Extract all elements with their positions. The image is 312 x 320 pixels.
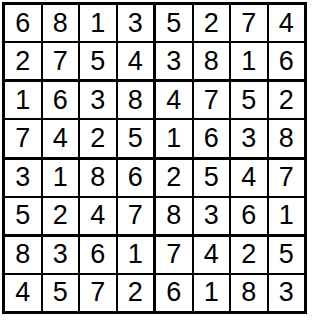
- cell-r4c3[interactable]: 2: [80, 120, 116, 156]
- cell-r2c3[interactable]: 5: [80, 43, 116, 79]
- cell-r7c3[interactable]: 6: [80, 237, 116, 273]
- cell-r1c2[interactable]: 8: [43, 5, 79, 41]
- box-r1c1: 68132754: [5, 5, 153, 79]
- cell-r6c1[interactable]: 5: [5, 198, 41, 234]
- page: 6813275452743816163874254752163831865247…: [0, 0, 312, 320]
- cell-r4c8[interactable]: 8: [269, 120, 305, 156]
- box-r3c2: 25478361: [156, 160, 304, 234]
- cell-r6c5[interactable]: 8: [156, 198, 192, 234]
- cell-r5c8[interactable]: 7: [269, 160, 305, 196]
- cell-r3c6[interactable]: 7: [194, 82, 230, 118]
- cell-r6c4[interactable]: 7: [118, 198, 154, 234]
- cell-r3c4[interactable]: 8: [118, 82, 154, 118]
- cell-r6c6[interactable]: 3: [194, 198, 230, 234]
- cell-r4c7[interactable]: 3: [231, 120, 267, 156]
- cell-r6c2[interactable]: 2: [43, 198, 79, 234]
- box-r2c1: 16387425: [5, 82, 153, 156]
- cell-r8c4[interactable]: 2: [118, 275, 154, 311]
- cell-r7c2[interactable]: 3: [43, 237, 79, 273]
- cell-r6c8[interactable]: 1: [269, 198, 305, 234]
- box-r4c2: 74256183: [156, 237, 304, 311]
- cell-r7c8[interactable]: 5: [269, 237, 305, 273]
- cell-r7c6[interactable]: 4: [194, 237, 230, 273]
- cell-r3c7[interactable]: 5: [231, 82, 267, 118]
- cell-r4c2[interactable]: 4: [43, 120, 79, 156]
- cell-r2c1[interactable]: 2: [5, 43, 41, 79]
- cell-r1c4[interactable]: 3: [118, 5, 154, 41]
- cell-r4c6[interactable]: 6: [194, 120, 230, 156]
- cell-r5c4[interactable]: 6: [118, 160, 154, 196]
- cell-r3c5[interactable]: 4: [156, 82, 192, 118]
- box-r3c1: 31865247: [5, 160, 153, 234]
- cell-r3c2[interactable]: 6: [43, 82, 79, 118]
- cell-r8c6[interactable]: 1: [194, 275, 230, 311]
- cell-r8c2[interactable]: 5: [43, 275, 79, 311]
- cell-r4c1[interactable]: 7: [5, 120, 41, 156]
- box-r2c2: 47521638: [156, 82, 304, 156]
- box-r1c2: 52743816: [156, 5, 304, 79]
- cell-r5c2[interactable]: 1: [43, 160, 79, 196]
- cell-r7c5[interactable]: 7: [156, 237, 192, 273]
- cell-r3c1[interactable]: 1: [5, 82, 41, 118]
- cell-r7c1[interactable]: 8: [5, 237, 41, 273]
- cell-r6c3[interactable]: 4: [80, 198, 116, 234]
- cell-r5c7[interactable]: 4: [231, 160, 267, 196]
- cell-r7c7[interactable]: 2: [231, 237, 267, 273]
- cell-r1c7[interactable]: 7: [231, 5, 267, 41]
- cell-r3c3[interactable]: 3: [80, 82, 116, 118]
- cell-r5c6[interactable]: 5: [194, 160, 230, 196]
- cell-r6c7[interactable]: 6: [231, 198, 267, 234]
- cell-r2c4[interactable]: 4: [118, 43, 154, 79]
- cell-r1c1[interactable]: 6: [5, 5, 41, 41]
- cell-r8c8[interactable]: 3: [269, 275, 305, 311]
- cell-r8c7[interactable]: 8: [231, 275, 267, 311]
- sudoku-board: 6813275452743816163874254752163831865247…: [2, 2, 307, 314]
- box-r4c1: 83614572: [5, 237, 153, 311]
- cell-r2c6[interactable]: 8: [194, 43, 230, 79]
- cell-r1c6[interactable]: 2: [194, 5, 230, 41]
- cell-r8c5[interactable]: 6: [156, 275, 192, 311]
- cell-r5c1[interactable]: 3: [5, 160, 41, 196]
- cell-r2c5[interactable]: 3: [156, 43, 192, 79]
- cell-r1c8[interactable]: 4: [269, 5, 305, 41]
- cell-r4c5[interactable]: 1: [156, 120, 192, 156]
- cell-r3c8[interactable]: 2: [269, 82, 305, 118]
- cell-r1c3[interactable]: 1: [80, 5, 116, 41]
- cell-r5c3[interactable]: 8: [80, 160, 116, 196]
- cell-r2c8[interactable]: 6: [269, 43, 305, 79]
- cell-r4c4[interactable]: 5: [118, 120, 154, 156]
- cell-r2c7[interactable]: 1: [231, 43, 267, 79]
- cell-r2c2[interactable]: 7: [43, 43, 79, 79]
- cell-r5c5[interactable]: 2: [156, 160, 192, 196]
- cell-r7c4[interactable]: 1: [118, 237, 154, 273]
- cell-r8c1[interactable]: 4: [5, 275, 41, 311]
- cell-r1c5[interactable]: 5: [156, 5, 192, 41]
- cell-r8c3[interactable]: 7: [80, 275, 116, 311]
